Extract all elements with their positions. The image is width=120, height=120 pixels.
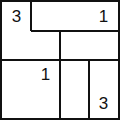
cell-r4c2[interactable] (31, 89, 60, 118)
puzzle-board: 3113 (0, 0, 120, 120)
region-border-h3 (2, 59, 118, 61)
region-border-v2 (59, 31, 61, 118)
cell-r3c3[interactable] (60, 60, 89, 89)
cell-r3c1[interactable] (2, 60, 31, 89)
cell-r4c4: 3 (89, 89, 118, 118)
cell-r2c3[interactable] (60, 31, 89, 60)
cell-r2c1[interactable] (2, 31, 31, 60)
cell-r3c2: 1 (31, 60, 60, 89)
cell-r1c1: 3 (2, 2, 31, 31)
cell-r1c4: 1 (89, 2, 118, 31)
region-border-v4 (88, 60, 90, 118)
region-border-h1 (31, 30, 118, 32)
cell-r1c2[interactable] (31, 2, 60, 31)
cell-r2c2[interactable] (31, 31, 60, 60)
cell-r3c4[interactable] (89, 60, 118, 89)
cell-r1c3[interactable] (60, 2, 89, 31)
cell-r4c1[interactable] (2, 89, 31, 118)
region-border-v0 (30, 2, 32, 31)
cell-r4c3[interactable] (60, 89, 89, 118)
cell-r2c4[interactable] (89, 31, 118, 60)
